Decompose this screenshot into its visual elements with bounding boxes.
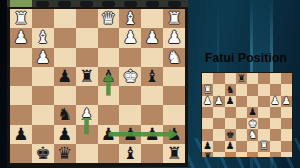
mini-board-square: ♟ (225, 141, 236, 152)
main-board-square[interactable] (163, 67, 185, 86)
chess-piece-black-k: ♚ (226, 130, 235, 140)
main-board-square[interactable] (76, 48, 98, 67)
mini-board-square (225, 152, 236, 157)
chess-piece-black-r[interactable]: ♜ (166, 145, 181, 162)
main-board-square[interactable] (32, 67, 54, 86)
mini-board-square (270, 141, 281, 152)
chess-piece-black-p[interactable]: ♟ (101, 68, 116, 85)
main-board-square[interactable]: ♜ (163, 9, 185, 28)
mini-board-square (247, 84, 258, 95)
main-board-square[interactable] (119, 86, 141, 105)
main-board-square[interactable] (54, 86, 76, 105)
main-board-square[interactable]: ♟ (54, 67, 76, 86)
mini-board-square (270, 73, 281, 84)
main-board-square[interactable] (141, 9, 163, 28)
chess-piece-white-p: ♟ (203, 96, 212, 106)
mini-chessboard-frame: ♜♜♞♟♟♟♟♟♟♚♚♞♟♟♜♜ (201, 72, 293, 157)
main-board-square[interactable] (98, 48, 120, 67)
main-chessboard[interactable]: ♜♛♝♜♟♝♟♟♟♟♞♟♜♟♚♝♞♟♟♟♟♟♟♚♛♝♜ (10, 9, 185, 163)
chess-piece-black-r: ♜ (237, 74, 246, 84)
chess-piece-black-n[interactable]: ♞ (57, 106, 72, 123)
main-board-square[interactable]: ♝ (119, 9, 141, 28)
mini-board-square (236, 84, 247, 95)
chess-piece-black-b[interactable]: ♝ (123, 145, 138, 162)
main-board-square[interactable]: ♞ (54, 105, 76, 124)
chess-piece-black-p[interactable]: ♟ (13, 126, 28, 143)
mini-board-square (281, 141, 292, 152)
main-board-square[interactable] (98, 28, 120, 47)
main-board-square[interactable]: ♟ (98, 67, 120, 86)
chess-piece-white-p[interactable]: ♟ (123, 29, 138, 46)
mini-board-square (258, 96, 269, 107)
chess-piece-black-p: ♟ (226, 96, 235, 106)
main-board-square[interactable] (141, 144, 163, 163)
chess-piece-black-p: ♟ (203, 141, 212, 151)
chess-piece-white-p: ♟ (282, 96, 291, 106)
main-board-square[interactable] (163, 105, 185, 124)
main-board-square[interactable]: ♞ (163, 48, 185, 67)
mini-board-square: ♚ (247, 118, 258, 129)
main-chessboard-frame: ♜♛♝♜♟♝♟♟♟♟♞♟♜♟♚♝♞♟♟♟♟♟♟♚♛♝♜ ♟ (7, 7, 188, 167)
mini-board-square (247, 152, 258, 157)
mini-board-square: ♜ (202, 84, 213, 95)
mini-board-square: ♜ (202, 152, 213, 157)
chess-piece-white-p[interactable]: ♟ (166, 29, 181, 46)
mini-board-square (202, 129, 213, 140)
main-board-square[interactable]: ♟ (141, 28, 163, 47)
main-board-square[interactable]: ♜ (10, 9, 32, 28)
main-board-square[interactable] (98, 144, 120, 163)
mini-board-square (270, 129, 281, 140)
chess-piece-white-n: ♞ (248, 130, 257, 140)
main-board-square[interactable] (54, 28, 76, 47)
mini-board-square (270, 118, 281, 129)
mini-board-square: ♟ (213, 96, 224, 107)
main-board-square[interactable]: ♟ (119, 28, 141, 47)
chess-piece-white-p[interactable]: ♟ (13, 29, 28, 46)
main-board-square[interactable] (32, 9, 54, 28)
main-board-square[interactable]: ♟ (10, 125, 32, 144)
main-board-square[interactable]: ♜ (163, 144, 185, 163)
chess-piece-white-p[interactable]: ♟ (35, 49, 50, 66)
main-board-square[interactable] (163, 86, 185, 105)
mini-chessboard: ♜♜♞♟♟♟♟♟♟♚♚♞♟♟♜♜ (202, 73, 292, 157)
main-board-square[interactable] (141, 105, 163, 124)
mini-board-square: ♞ (247, 129, 258, 140)
main-board-square[interactable] (10, 105, 32, 124)
mini-board-square (258, 107, 269, 118)
main-board-square[interactable]: ♟ (98, 125, 120, 144)
mini-board-square (213, 84, 224, 95)
mini-board-square (236, 152, 247, 157)
thumbnail-stage: ♜♛♝♜♟♝♟♟♟♟♞♟♜♟♚♝♞♟♟♟♟♟♟♚♛♝♜ ♟ Fatui Posi… (0, 0, 300, 168)
chess-piece-black-b[interactable]: ♝ (145, 68, 160, 85)
chess-piece-white-r: ♜ (259, 141, 268, 151)
mini-board-square: ♟ (270, 96, 281, 107)
chess-piece-white-n[interactable]: ♞ (166, 49, 181, 66)
main-board-square[interactable] (10, 48, 32, 67)
chess-piece-white-k: ♚ (248, 119, 257, 129)
main-board-square[interactable] (10, 67, 32, 86)
mini-board-square (213, 107, 224, 118)
main-board-square[interactable] (141, 86, 163, 105)
mini-board-square (236, 129, 247, 140)
mini-board-square (270, 84, 281, 95)
mini-board-square: ♟ (281, 96, 292, 107)
main-board-square[interactable]: ♟ (54, 125, 76, 144)
main-board-square[interactable] (98, 105, 120, 124)
mini-board-square (213, 129, 224, 140)
main-board-square[interactable]: ♟ (10, 28, 32, 47)
mini-board-square: ♟ (225, 96, 236, 107)
chess-piece-black-q[interactable]: ♛ (57, 145, 72, 162)
main-board-square[interactable] (10, 144, 32, 163)
mini-board-square (236, 96, 247, 107)
mini-board-square (236, 141, 247, 152)
chess-piece-black-k[interactable]: ♚ (35, 145, 50, 162)
mini-board-square (281, 129, 292, 140)
mini-board-square (270, 107, 281, 118)
mini-board-square (281, 118, 292, 129)
main-board-square[interactable] (76, 105, 98, 124)
main-board-square[interactable] (32, 86, 54, 105)
mini-board-square (213, 73, 224, 84)
mini-board-square (281, 73, 292, 84)
chess-piece-black-n: ♞ (226, 85, 235, 95)
chess-piece-white-r: ♜ (203, 85, 212, 95)
chess-piece-black-p[interactable]: ♟ (57, 126, 72, 143)
mini-board-square: ♚ (225, 129, 236, 140)
main-board-square[interactable] (141, 48, 163, 67)
main-board-square[interactable] (98, 86, 120, 105)
mini-board-square (281, 84, 292, 95)
main-board-square[interactable] (119, 105, 141, 124)
main-board-square[interactable]: ♛ (98, 9, 120, 28)
panel-title: Fatui Position (200, 51, 292, 65)
main-board-square[interactable] (76, 28, 98, 47)
chess-piece-white-p[interactable]: ♟ (145, 29, 160, 46)
mini-board-square: ♜ (258, 141, 269, 152)
chess-piece-white-r[interactable]: ♜ (166, 10, 181, 27)
chess-piece-white-b[interactable]: ♝ (35, 29, 50, 46)
chess-piece-black-p[interactable]: ♟ (101, 126, 116, 143)
chess-piece-white-p: ♟ (271, 96, 280, 106)
chess-piece-black-p[interactable]: ♟ (123, 126, 138, 143)
mini-board-square (247, 141, 258, 152)
mini-board-square (258, 152, 269, 157)
main-board-square[interactable]: ♝ (119, 144, 141, 163)
mini-board-square (258, 73, 269, 84)
mini-board-square (225, 118, 236, 129)
mini-board-square (202, 107, 213, 118)
mini-board-square: ♞ (225, 84, 236, 95)
mini-board-square (258, 84, 269, 95)
mini-board-square (202, 73, 213, 84)
mini-board-square (213, 152, 224, 157)
main-board-square[interactable]: ♝ (141, 67, 163, 86)
main-board-square[interactable]: ♟ (141, 125, 163, 144)
main-board-square[interactable]: ♚ (32, 144, 54, 163)
chess-piece-black-p[interactable]: ♟ (166, 126, 181, 143)
mini-board-square (258, 129, 269, 140)
main-board-square[interactable] (32, 125, 54, 144)
mini-board-square (225, 73, 236, 84)
main-board-square[interactable] (54, 48, 76, 67)
chess-piece-black-p[interactable]: ♟ (145, 126, 160, 143)
mini-board-square (236, 118, 247, 129)
chess-piece-black-p[interactable]: ♟ (57, 68, 72, 85)
chess-piece-black-p: ♟ (226, 141, 235, 151)
mini-board-square (202, 118, 213, 129)
main-board-square[interactable]: ♚ (119, 67, 141, 86)
chess-piece-black-p: ♟ (248, 107, 257, 117)
mini-board-square: ♜ (236, 73, 247, 84)
main-board-square[interactable] (76, 144, 98, 163)
chess-piece-white-b[interactable]: ♝ (123, 10, 138, 27)
main-board-square[interactable] (76, 125, 98, 144)
main-board-square[interactable]: ♜ (76, 67, 98, 86)
main-board-square[interactable] (119, 48, 141, 67)
mini-board-square (213, 118, 224, 129)
main-board-square[interactable]: ♝ (32, 28, 54, 47)
chess-piece-white-p: ♟ (214, 96, 223, 106)
chess-piece-black-r[interactable]: ♜ (79, 68, 94, 85)
mini-board-square (270, 152, 281, 157)
mini-board-square (213, 141, 224, 152)
chess-piece-white-r[interactable]: ♜ (13, 10, 28, 27)
main-board-square[interactable]: ♟ (32, 48, 54, 67)
main-board-square[interactable]: ♟ (119, 125, 141, 144)
mini-board-square (281, 107, 292, 118)
main-board-square[interactable] (76, 86, 98, 105)
main-board-square[interactable] (54, 9, 76, 28)
mini-board-square (258, 118, 269, 129)
main-board-square[interactable]: ♟ (163, 125, 185, 144)
main-board-square[interactable]: ♛ (54, 144, 76, 163)
mini-board-square (236, 107, 247, 118)
chess-piece-white-q[interactable]: ♛ (101, 10, 116, 27)
main-board-square[interactable] (76, 9, 98, 28)
mini-board-square (225, 107, 236, 118)
mini-board-square: ♟ (202, 96, 213, 107)
mini-board-square (281, 152, 292, 157)
chess-piece-white-k[interactable]: ♚ (123, 68, 138, 85)
main-board-square[interactable]: ♟ (163, 28, 185, 47)
main-board-square[interactable] (10, 86, 32, 105)
main-board-square[interactable] (32, 105, 54, 124)
mini-board-square (247, 73, 258, 84)
chess-piece-black-r: ♜ (203, 152, 212, 157)
mini-board-square: ♟ (247, 107, 258, 118)
